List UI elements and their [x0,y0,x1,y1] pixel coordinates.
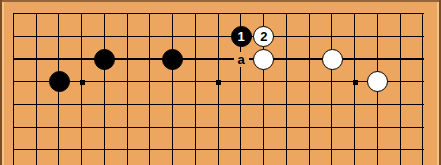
point-label-a: a [234,52,249,67]
star-point [80,80,85,85]
board-frame-top-edge [0,0,441,2]
white-stone [253,49,274,70]
black-stone [162,49,183,70]
black-stone-move-1: 1 [231,26,252,47]
board-frame-right-inner-edge [437,2,439,165]
board-frame-left-inner-edge [2,2,4,165]
star-point [353,80,358,85]
star-point [216,80,221,85]
black-stone [49,71,70,92]
black-stone [94,49,115,70]
white-stone-move-2: 2 [253,26,274,47]
go-board: a12 [0,0,441,165]
white-stone [322,49,343,70]
